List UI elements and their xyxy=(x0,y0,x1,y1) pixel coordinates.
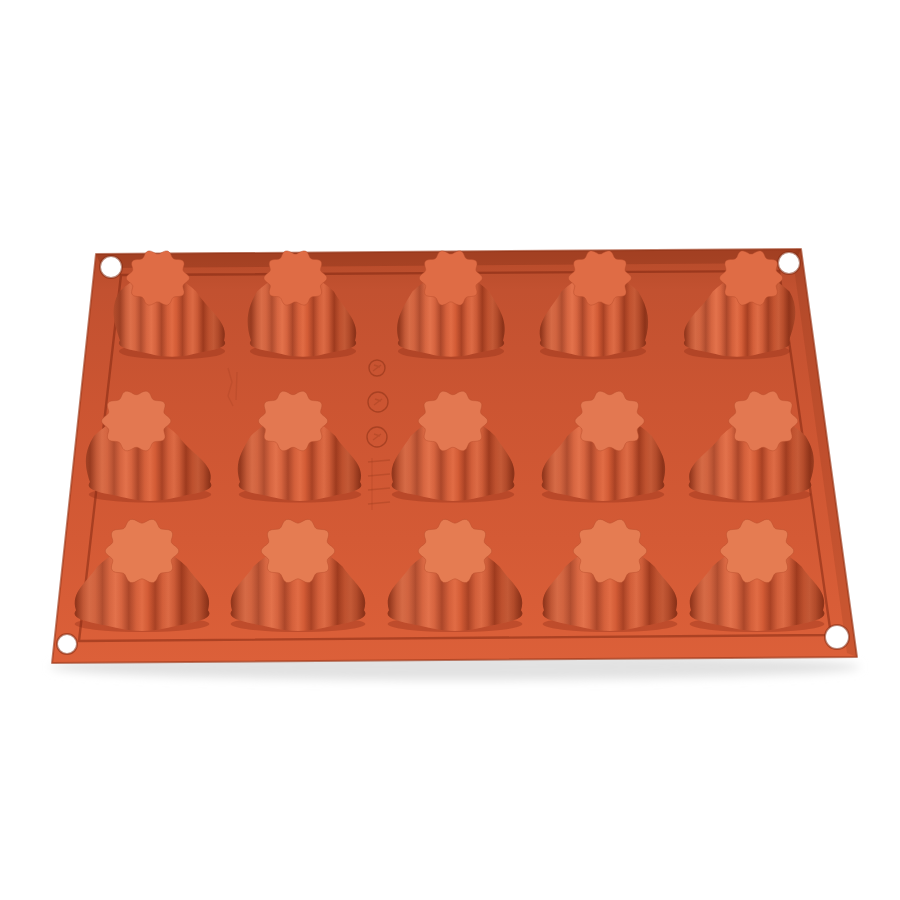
corner-hole-3 xyxy=(57,634,77,654)
corner-hole-4 xyxy=(825,625,849,649)
silicone-mold-photo xyxy=(0,0,900,900)
corner-hole-1 xyxy=(100,256,122,278)
corner-hole-2 xyxy=(778,252,800,274)
product-photo-stage xyxy=(0,0,900,900)
